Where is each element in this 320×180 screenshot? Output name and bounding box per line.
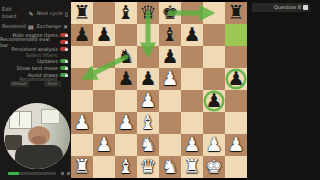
- black-pawn-b7: ♟: [93, 24, 115, 46]
- square-f2[interactable]: ♟: [181, 134, 203, 156]
- white-pawn-c3: ♟: [115, 112, 137, 134]
- square-h2[interactable]: ♟: [225, 134, 247, 156]
- white-pawn-a3: ♟: [71, 112, 93, 134]
- square-d1[interactable]: ♛: [137, 156, 159, 178]
- square-h5[interactable]: ♟: [225, 68, 247, 90]
- square-a3[interactable]: ♟: [71, 112, 93, 134]
- webcam-window-right: [41, 109, 60, 124]
- square-f8[interactable]: [181, 2, 203, 24]
- square-c6[interactable]: ♞: [115, 46, 137, 68]
- control-rendered[interactable]: Rendered▤: [2, 23, 37, 30]
- toggle-row-updates: Updates: [0, 58, 71, 64]
- square-e8[interactable]: ♚: [159, 2, 181, 24]
- square-c5[interactable]: ♟: [115, 68, 137, 90]
- chess-board[interactable]: ♜♝♛♚♜♟♟♝♟♞♟♟♟♟♟♟♟♟♟♝♟♞♟♟♟♜♝♛♞♜♚: [71, 2, 247, 178]
- square-g5[interactable]: [203, 68, 225, 90]
- square-f1[interactable]: ♜: [181, 156, 203, 178]
- square-f5[interactable]: [181, 68, 203, 90]
- square-a4[interactable]: [71, 90, 93, 112]
- square-e5[interactable]: ♟: [159, 68, 181, 90]
- black-queen-d8: ♛: [137, 2, 159, 24]
- dropdown-right[interactable]: Auto: [44, 81, 61, 87]
- calendar-icon: [303, 5, 308, 10]
- volume-slider[interactable]: [8, 172, 56, 175]
- white-knight-e1: ♞: [159, 156, 181, 178]
- black-pawn-d5: ♟: [137, 68, 159, 90]
- square-h7[interactable]: [225, 24, 247, 46]
- black-pawn-h5: ♟: [225, 68, 247, 90]
- square-f3[interactable]: [181, 112, 203, 134]
- square-b2[interactable]: ♟: [93, 134, 115, 156]
- toggle-switch[interactable]: [60, 66, 68, 70]
- white-pawn-b2: ♟: [93, 134, 115, 156]
- square-b1[interactable]: [93, 156, 115, 178]
- red-toggle-group: Hide engine itemsRecommended eval barPer…: [0, 31, 71, 52]
- square-e3[interactable]: [159, 112, 181, 134]
- white-king-g1: ♚: [203, 156, 225, 178]
- square-d8[interactable]: ♛: [137, 2, 159, 24]
- toggle-switch[interactable]: [60, 59, 68, 63]
- toggle-row-recommended-eval-bar: Recommended eval bar: [0, 39, 71, 45]
- phone-icon[interactable]: ▯: [65, 10, 68, 17]
- square-g2[interactable]: ♟: [203, 134, 225, 156]
- square-b4[interactable]: [93, 90, 115, 112]
- player-icon-2[interactable]: [67, 172, 70, 175]
- square-h8[interactable]: ♜: [225, 2, 247, 24]
- white-pawn-d4: ♟: [137, 90, 159, 112]
- black-bishop-e7: ♝: [159, 24, 181, 46]
- control-label: Rendered: [2, 23, 26, 30]
- square-g6[interactable]: [203, 46, 225, 68]
- square-g1[interactable]: ♚: [203, 156, 225, 178]
- black-pawn-f7: ♟: [181, 24, 203, 46]
- black-rook-a8: ♜: [71, 2, 93, 24]
- square-e2[interactable]: [159, 134, 181, 156]
- square-e6[interactable]: ♟: [159, 46, 181, 68]
- white-pawn-f2: ♟: [181, 134, 203, 156]
- square-a6[interactable]: [71, 46, 93, 68]
- square-c4[interactable]: [115, 90, 137, 112]
- square-g8[interactable]: [203, 2, 225, 24]
- square-e7[interactable]: ♝: [159, 24, 181, 46]
- square-b8[interactable]: [93, 2, 115, 24]
- square-e4[interactable]: [159, 90, 181, 112]
- square-a2[interactable]: [71, 134, 93, 156]
- green-toggle-group: UpdatesShow best moveAvoid draws: [0, 57, 71, 78]
- volume-fill: [8, 172, 19, 175]
- dropdown-left[interactable]: Default: [10, 81, 29, 87]
- square-d6[interactable]: [137, 46, 159, 68]
- toggle-knob: [65, 67, 68, 70]
- square-a5[interactable]: [71, 68, 93, 90]
- square-e1[interactable]: ♞: [159, 156, 181, 178]
- square-b6[interactable]: [93, 46, 115, 68]
- control-exchange[interactable]: Exchange✕: [37, 23, 71, 30]
- dropdown-row: Default Auto: [0, 81, 71, 87]
- square-c3[interactable]: ♟: [115, 112, 137, 134]
- square-g4[interactable]: ♟: [203, 90, 225, 112]
- right-panel: Question 8: [247, 0, 320, 180]
- black-bishop-c8: ♝: [115, 2, 137, 24]
- square-h6[interactable]: [225, 46, 247, 68]
- square-g7[interactable]: [203, 24, 225, 46]
- black-knight-c6: ♞: [115, 46, 137, 68]
- square-g3[interactable]: [203, 112, 225, 134]
- square-a7[interactable]: ♟: [71, 24, 93, 46]
- control-label: Edit board: [2, 6, 27, 20]
- white-bishop-c1: ♝: [115, 156, 137, 178]
- square-a1[interactable]: ♜: [71, 156, 93, 178]
- player-icon-1[interactable]: [61, 172, 64, 175]
- toggle-row-show-best-move: Show best move: [0, 65, 71, 71]
- square-h1[interactable]: [225, 156, 247, 178]
- white-pawn-g2: ♟: [203, 134, 225, 156]
- white-pawn-h2: ♟: [225, 134, 247, 156]
- square-c8[interactable]: ♝: [115, 2, 137, 24]
- white-queen-d1: ♛: [137, 156, 159, 178]
- control-label: Exchange: [37, 23, 61, 30]
- square-d4[interactable]: ♟: [137, 90, 159, 112]
- square-h3[interactable]: [225, 112, 247, 134]
- black-king-e8: ♚: [159, 2, 181, 24]
- webcam-person-shoulders: [15, 145, 63, 169]
- square-f6[interactable]: [181, 46, 203, 68]
- toggle-knob: [65, 48, 68, 51]
- toggle-knob: [65, 60, 68, 63]
- black-rook-h8: ♜: [225, 2, 247, 24]
- white-pawn-e5: ♟: [159, 68, 181, 90]
- square-d2[interactable]: ♞: [137, 134, 159, 156]
- square-c2[interactable]: [115, 134, 137, 156]
- square-b7[interactable]: ♟: [93, 24, 115, 46]
- pencil-icon[interactable]: ✎: [29, 10, 34, 17]
- close-icon[interactable]: ✕: [63, 23, 68, 30]
- square-d5[interactable]: ♟: [137, 68, 159, 90]
- toggle-knob: [65, 41, 68, 44]
- status-badge-label: Question 8: [274, 3, 301, 12]
- toggle-label: Show best move: [17, 65, 58, 71]
- white-rook-f1: ♜: [181, 156, 203, 178]
- square-d3[interactable]: ♝: [137, 112, 159, 134]
- toggle-switch[interactable]: [60, 33, 68, 37]
- square-f4[interactable]: [181, 90, 203, 112]
- white-knight-d2: ♞: [137, 134, 159, 156]
- toggle-label: Updates: [37, 58, 58, 64]
- sidebar-controls: Edit board✎Next cycle▯Rendered▤Exchange✕: [2, 6, 69, 30]
- square-h4[interactable]: [225, 90, 247, 112]
- square-a8[interactable]: ♜: [71, 2, 93, 24]
- control-edit-board[interactable]: Edit board✎: [2, 6, 37, 20]
- control-next-cycle[interactable]: Next cycle▯: [37, 6, 71, 20]
- black-pawn-a7: ♟: [71, 24, 93, 46]
- square-b5[interactable]: [93, 68, 115, 90]
- webcam-person-face: [32, 136, 46, 144]
- square-b3[interactable]: [93, 112, 115, 134]
- toggle-knob: [65, 34, 68, 37]
- black-pawn-g4: ♟: [203, 90, 225, 112]
- toggle-switch[interactable]: [60, 47, 68, 51]
- white-bishop-d3: ♝: [137, 112, 159, 134]
- square-d7[interactable]: [137, 24, 159, 46]
- layers-icon[interactable]: ▤: [28, 23, 34, 30]
- toggle-switch[interactable]: [60, 40, 68, 44]
- settings-sidebar: Edit board✎Next cycle▯Rendered▤Exchange✕…: [0, 0, 71, 180]
- square-c1[interactable]: ♝: [115, 156, 137, 178]
- black-pawn-e6: ♟: [159, 46, 181, 68]
- control-label: Next cycle: [37, 10, 63, 17]
- square-f7[interactable]: ♟: [181, 24, 203, 46]
- webcam-window-left: [9, 111, 32, 129]
- black-pawn-c5: ♟: [115, 68, 137, 90]
- white-rook-a1: ♜: [71, 156, 93, 178]
- square-c7[interactable]: [115, 24, 137, 46]
- status-badge[interactable]: Question 8: [252, 3, 310, 12]
- webcam-video: [4, 103, 70, 169]
